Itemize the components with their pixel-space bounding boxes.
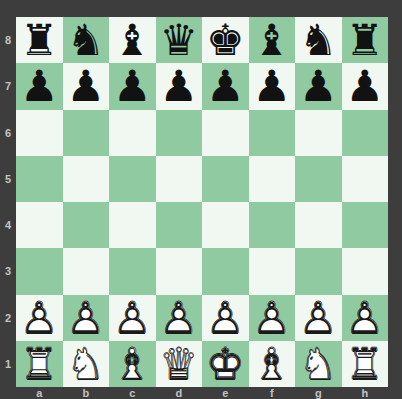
white-queen-d1[interactable]: ♛♕: [156, 341, 202, 387]
piece-glyph-outline: ♘: [63, 341, 109, 387]
file-label-b: b: [63, 387, 110, 399]
square-b8[interactable]: ♞: [63, 17, 110, 63]
black-pawn-f7[interactable]: ♟: [249, 63, 295, 109]
square-a3[interactable]: [16, 248, 63, 294]
square-e6[interactable]: [202, 110, 249, 156]
piece-glyph-fill: ♟: [202, 63, 248, 109]
square-c2[interactable]: ♟♙: [109, 295, 156, 341]
black-bishop-c8[interactable]: ♝: [109, 17, 155, 63]
piece-glyph-outline: ♗: [249, 341, 295, 387]
file-label-e: e: [202, 387, 249, 399]
white-pawn-b2[interactable]: ♟♙: [63, 295, 109, 341]
square-g3[interactable]: [295, 248, 342, 294]
square-d8[interactable]: ♛: [156, 17, 203, 63]
piece-glyph-fill: ♟: [16, 63, 62, 109]
rank-label-3: 3: [0, 248, 16, 294]
file-label-f: f: [249, 387, 296, 399]
white-pawn-c2[interactable]: ♟♙: [109, 295, 155, 341]
piece-glyph-fill: ♛: [156, 17, 202, 63]
black-pawn-h7[interactable]: ♟: [342, 63, 388, 109]
square-g8[interactable]: ♞: [295, 17, 342, 63]
white-pawn-g2[interactable]: ♟♙: [295, 295, 341, 341]
square-f7[interactable]: ♟: [249, 63, 296, 109]
square-f3[interactable]: [249, 248, 296, 294]
square-g5[interactable]: [295, 156, 342, 202]
file-label-g: g: [295, 387, 342, 399]
white-pawn-d2[interactable]: ♟♙: [156, 295, 202, 341]
square-a5[interactable]: [16, 156, 63, 202]
black-pawn-d7[interactable]: ♟: [156, 63, 202, 109]
square-h4[interactable]: [342, 202, 389, 248]
white-rook-a1[interactable]: ♜♖: [16, 341, 62, 387]
rank-label-5: 5: [0, 156, 16, 202]
rank-label-8: 8: [0, 17, 16, 63]
square-a6[interactable]: [16, 110, 63, 156]
piece-glyph-fill: ♝: [249, 17, 295, 63]
square-c8[interactable]: ♝: [109, 17, 156, 63]
square-f1[interactable]: ♝♗: [249, 341, 296, 387]
square-a4[interactable]: [16, 202, 63, 248]
file-label-h: h: [342, 387, 389, 399]
piece-glyph-outline: ♙: [16, 295, 62, 341]
piece-glyph-outline: ♕: [156, 341, 202, 387]
black-pawn-a7[interactable]: ♟: [16, 63, 62, 109]
square-d5[interactable]: [156, 156, 203, 202]
square-e4[interactable]: [202, 202, 249, 248]
square-f8[interactable]: ♝: [249, 17, 296, 63]
square-a8[interactable]: ♜: [16, 17, 63, 63]
white-pawn-h2[interactable]: ♟♙: [342, 295, 388, 341]
piece-glyph-fill: ♚: [202, 17, 248, 63]
square-f6[interactable]: [249, 110, 296, 156]
file-labels: abcdefgh: [16, 387, 388, 399]
piece-glyph-outline: ♙: [202, 295, 248, 341]
square-b1[interactable]: ♞♘: [63, 341, 110, 387]
square-b6[interactable]: [63, 110, 110, 156]
square-f2[interactable]: ♟♙: [249, 295, 296, 341]
piece-glyph-outline: ♘: [295, 341, 341, 387]
piece-glyph-fill: ♟: [249, 63, 295, 109]
white-knight-g1[interactable]: ♞♘: [295, 341, 341, 387]
square-a1[interactable]: ♜♖: [16, 341, 63, 387]
rank-label-4: 4: [0, 202, 16, 248]
square-c7[interactable]: ♟: [109, 63, 156, 109]
square-d3[interactable]: [156, 248, 203, 294]
square-d7[interactable]: ♟: [156, 63, 203, 109]
black-knight-b8[interactable]: ♞: [63, 17, 109, 63]
square-c1[interactable]: ♝♗: [109, 341, 156, 387]
white-knight-b1[interactable]: ♞♘: [63, 341, 109, 387]
square-a7[interactable]: ♟: [16, 63, 63, 109]
piece-glyph-fill: ♟: [342, 63, 388, 109]
black-pawn-g7[interactable]: ♟: [295, 63, 341, 109]
black-pawn-b7[interactable]: ♟: [63, 63, 109, 109]
file-label-c: c: [109, 387, 156, 399]
square-f4[interactable]: [249, 202, 296, 248]
black-queen-d8[interactable]: ♛: [156, 17, 202, 63]
black-rook-a8[interactable]: ♜: [16, 17, 62, 63]
square-b5[interactable]: [63, 156, 110, 202]
piece-glyph-fill: ♜: [16, 17, 62, 63]
square-d4[interactable]: [156, 202, 203, 248]
white-pawn-f2[interactable]: ♟♙: [249, 295, 295, 341]
rank-label-1: 1: [0, 341, 16, 387]
white-bishop-f1[interactable]: ♝♗: [249, 341, 295, 387]
rank-label-2: 2: [0, 295, 16, 341]
square-h5[interactable]: [342, 156, 389, 202]
square-b4[interactable]: [63, 202, 110, 248]
black-knight-g8[interactable]: ♞: [295, 17, 341, 63]
piece-glyph-fill: ♜: [342, 17, 388, 63]
black-pawn-e7[interactable]: ♟: [202, 63, 248, 109]
rank-label-7: 7: [0, 63, 16, 109]
square-h2[interactable]: ♟♙: [342, 295, 389, 341]
black-king-e8[interactable]: ♚: [202, 17, 248, 63]
square-a2[interactable]: ♟♙: [16, 295, 63, 341]
white-rook-h1[interactable]: ♜♖: [342, 341, 388, 387]
piece-glyph-outline: ♙: [156, 295, 202, 341]
square-e3[interactable]: [202, 248, 249, 294]
chessboard-frame: 87654321 ♜♞♝♛♚♝♞♜♟♟♟♟♟♟♟♟♟♙♟♙♟♙♟♙♟♙♟♙♟♙♟…: [0, 0, 402, 399]
square-h6[interactable]: [342, 110, 389, 156]
white-pawn-a2[interactable]: ♟♙: [16, 295, 62, 341]
black-rook-h8[interactable]: ♜: [342, 17, 388, 63]
square-e2[interactable]: ♟♙: [202, 295, 249, 341]
piece-glyph-outline: ♙: [342, 295, 388, 341]
piece-glyph-fill: ♟: [109, 63, 155, 109]
white-bishop-c1[interactable]: ♝♗: [109, 341, 155, 387]
square-c4[interactable]: [109, 202, 156, 248]
square-c6[interactable]: [109, 110, 156, 156]
piece-glyph-fill: ♞: [63, 17, 109, 63]
square-c3[interactable]: [109, 248, 156, 294]
square-e8[interactable]: ♚: [202, 17, 249, 63]
piece-glyph-outline: ♖: [342, 341, 388, 387]
piece-glyph-outline: ♙: [109, 295, 155, 341]
white-king-e1[interactable]: ♚♔: [202, 341, 248, 387]
square-d6[interactable]: [156, 110, 203, 156]
square-c5[interactable]: [109, 156, 156, 202]
piece-glyph-outline: ♗: [109, 341, 155, 387]
piece-glyph-outline: ♔: [202, 341, 248, 387]
rank-labels: 87654321: [0, 17, 16, 387]
piece-glyph-fill: ♝: [109, 17, 155, 63]
square-f5[interactable]: [249, 156, 296, 202]
piece-glyph-fill: ♟: [156, 63, 202, 109]
square-h3[interactable]: [342, 248, 389, 294]
square-g2[interactable]: ♟♙: [295, 295, 342, 341]
square-g4[interactable]: [295, 202, 342, 248]
piece-glyph-fill: ♟: [63, 63, 109, 109]
square-b7[interactable]: ♟: [63, 63, 110, 109]
square-g7[interactable]: ♟: [295, 63, 342, 109]
square-e5[interactable]: [202, 156, 249, 202]
rank-label-6: 6: [0, 110, 16, 156]
square-d1[interactable]: ♛♕: [156, 341, 203, 387]
white-pawn-e2[interactable]: ♟♙: [202, 295, 248, 341]
square-g6[interactable]: [295, 110, 342, 156]
chess-board[interactable]: ♜♞♝♛♚♝♞♜♟♟♟♟♟♟♟♟♟♙♟♙♟♙♟♙♟♙♟♙♟♙♟♙♜♖♞♘♝♗♛♕…: [16, 17, 388, 387]
file-label-d: d: [156, 387, 203, 399]
piece-glyph-fill: ♞: [295, 17, 341, 63]
square-b2[interactable]: ♟♙: [63, 295, 110, 341]
black-bishop-f8[interactable]: ♝: [249, 17, 295, 63]
piece-glyph-outline: ♙: [63, 295, 109, 341]
piece-glyph-outline: ♙: [295, 295, 341, 341]
square-h8[interactable]: ♜: [342, 17, 389, 63]
square-h7[interactable]: ♟: [342, 63, 389, 109]
square-b3[interactable]: [63, 248, 110, 294]
square-h1[interactable]: ♜♖: [342, 341, 389, 387]
square-d2[interactable]: ♟♙: [156, 295, 203, 341]
piece-glyph-outline: ♙: [249, 295, 295, 341]
file-label-a: a: [16, 387, 63, 399]
square-g1[interactable]: ♞♘: [295, 341, 342, 387]
piece-glyph-fill: ♟: [295, 63, 341, 109]
piece-glyph-outline: ♖: [16, 341, 62, 387]
black-pawn-c7[interactable]: ♟: [109, 63, 155, 109]
square-e7[interactable]: ♟: [202, 63, 249, 109]
square-e1[interactable]: ♚♔: [202, 341, 249, 387]
